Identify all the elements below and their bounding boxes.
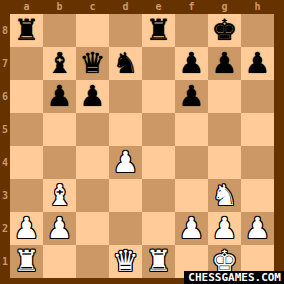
piece-black-pawn-c6[interactable]: ♟ [76,80,109,113]
piece-white-rook-e1[interactable]: ♜ [142,245,175,278]
piece-white-pawn-d4[interactable]: ♟ [109,146,142,179]
piece-white-pawn-a2[interactable]: ♟ [10,212,43,245]
square-e2[interactable] [142,212,175,245]
file-label-f: f [175,1,208,13]
file-label-h: h [241,1,274,13]
square-a5[interactable] [10,113,43,146]
square-g7[interactable]: ♟ [208,47,241,80]
square-a2[interactable]: ♟ [10,212,43,245]
square-g6[interactable] [208,80,241,113]
square-f7[interactable]: ♟ [175,47,208,80]
square-b5[interactable] [43,113,76,146]
piece-black-rook-a8[interactable]: ♜ [10,14,43,47]
rank-label-5: 5 [0,113,10,146]
site-watermark[interactable]: CHESSGAMES.COM [184,271,284,284]
square-d4[interactable]: ♟ [109,146,142,179]
piece-black-pawn-f6[interactable]: ♟ [175,80,208,113]
square-d5[interactable] [109,113,142,146]
piece-black-bishop-b7[interactable]: ♝ [43,47,76,80]
square-b7[interactable]: ♝ [43,47,76,80]
piece-white-rook-a1[interactable]: ♜ [10,245,43,278]
square-d8[interactable] [109,14,142,47]
square-a3[interactable] [10,179,43,212]
square-d7[interactable]: ♞ [109,47,142,80]
square-g3[interactable]: ♞ [208,179,241,212]
square-e1[interactable]: ♜ [142,245,175,278]
square-d6[interactable] [109,80,142,113]
square-h2[interactable]: ♟ [241,212,274,245]
square-c4[interactable] [76,146,109,179]
piece-white-pawn-f2[interactable]: ♟ [175,212,208,245]
square-e5[interactable] [142,113,175,146]
square-c8[interactable] [76,14,109,47]
square-c6[interactable]: ♟ [76,80,109,113]
square-c7[interactable]: ♛ [76,47,109,80]
piece-white-queen-d1[interactable]: ♛ [109,245,142,278]
rank-label-7: 7 [0,47,10,80]
square-g2[interactable]: ♟ [208,212,241,245]
file-label-a: a [10,1,43,13]
piece-black-king-g8[interactable]: ♚ [208,14,241,47]
square-c3[interactable] [76,179,109,212]
square-e3[interactable] [142,179,175,212]
square-g5[interactable] [208,113,241,146]
chess-diagram: abcdefgh 87654321 ♜♜♚♝♛♞♟♟♟♟♟♟♟♝♞♟♟♟♟♟♜♛… [0,0,284,284]
chess-board: ♜♜♚♝♛♞♟♟♟♟♟♟♟♝♞♟♟♟♟♟♜♛♜♚ [10,14,274,278]
file-label-c: c [76,1,109,13]
square-b2[interactable]: ♟ [43,212,76,245]
square-f3[interactable] [175,179,208,212]
piece-white-pawn-b2[interactable]: ♟ [43,212,76,245]
square-f4[interactable] [175,146,208,179]
square-d2[interactable] [109,212,142,245]
square-a1[interactable]: ♜ [10,245,43,278]
piece-black-pawn-g7[interactable]: ♟ [208,47,241,80]
piece-black-pawn-h7[interactable]: ♟ [241,47,274,80]
square-c2[interactable] [76,212,109,245]
square-f6[interactable]: ♟ [175,80,208,113]
square-b4[interactable] [43,146,76,179]
square-b6[interactable]: ♟ [43,80,76,113]
square-h5[interactable] [241,113,274,146]
rank-label-4: 4 [0,146,10,179]
piece-white-bishop-b3[interactable]: ♝ [43,179,76,212]
rank-label-3: 3 [0,179,10,212]
square-c5[interactable] [76,113,109,146]
square-a4[interactable] [10,146,43,179]
piece-black-knight-d7[interactable]: ♞ [109,47,142,80]
square-g8[interactable]: ♚ [208,14,241,47]
file-label-e: e [142,1,175,13]
square-e4[interactable] [142,146,175,179]
piece-white-pawn-g2[interactable]: ♟ [208,212,241,245]
square-h4[interactable] [241,146,274,179]
square-d3[interactable] [109,179,142,212]
file-label-d: d [109,1,142,13]
square-h6[interactable] [241,80,274,113]
piece-black-rook-e8[interactable]: ♜ [142,14,175,47]
square-h3[interactable] [241,179,274,212]
rank-label-2: 2 [0,212,10,245]
piece-white-pawn-h2[interactable]: ♟ [241,212,274,245]
square-a7[interactable] [10,47,43,80]
square-a6[interactable] [10,80,43,113]
rank-label-8: 8 [0,14,10,47]
file-label-g: g [208,1,241,13]
piece-white-knight-g3[interactable]: ♞ [208,179,241,212]
square-f5[interactable] [175,113,208,146]
square-e6[interactable] [142,80,175,113]
square-b3[interactable]: ♝ [43,179,76,212]
rank-label-6: 6 [0,80,10,113]
square-f8[interactable] [175,14,208,47]
piece-black-pawn-f7[interactable]: ♟ [175,47,208,80]
square-a8[interactable]: ♜ [10,14,43,47]
file-label-b: b [43,1,76,13]
piece-black-queen-c7[interactable]: ♛ [76,47,109,80]
square-e7[interactable] [142,47,175,80]
square-h8[interactable] [241,14,274,47]
piece-black-pawn-b6[interactable]: ♟ [43,80,76,113]
rank-label-1: 1 [0,245,10,278]
square-b8[interactable] [43,14,76,47]
square-f2[interactable]: ♟ [175,212,208,245]
square-e8[interactable]: ♜ [142,14,175,47]
square-g4[interactable] [208,146,241,179]
square-h7[interactable]: ♟ [241,47,274,80]
square-c1[interactable] [76,245,109,278]
square-d1[interactable]: ♛ [109,245,142,278]
square-b1[interactable] [43,245,76,278]
